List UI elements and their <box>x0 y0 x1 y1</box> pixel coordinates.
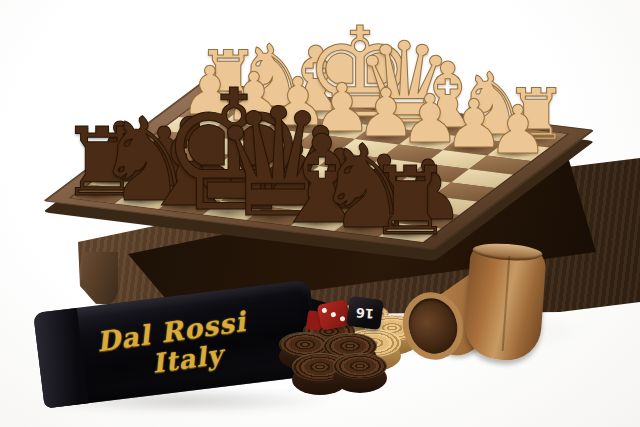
doubling-cube-value: 16 <box>355 305 374 321</box>
dice-cup-seam <box>502 256 511 351</box>
die-pip <box>340 316 346 322</box>
checkers-group <box>0 0 640 427</box>
doubling-cube: 16 <box>346 296 384 330</box>
product-photo-scene: ♜♞♝♚♛♝♞♜♟♟♟♟♟♟♟♟♟♟♟♟♟♟♟♟♜♞♝♚♛♝♞♜ Dal Ros… <box>0 0 640 427</box>
dark-checker <box>333 353 387 394</box>
die-pip <box>321 307 327 313</box>
die-pip <box>330 312 336 318</box>
dice-cup-standing <box>463 243 547 362</box>
